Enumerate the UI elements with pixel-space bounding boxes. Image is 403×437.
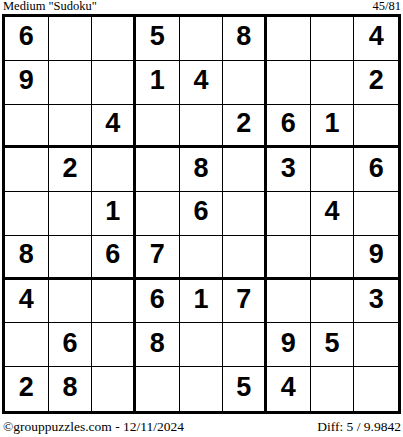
cell-r8c5[interactable] — [180, 323, 224, 367]
footer: ©grouppuzzles.com - 12/11/2024 Diff: 5 /… — [3, 419, 401, 435]
cell-digit: 8 — [62, 374, 77, 401]
cell-r8c9[interactable] — [354, 323, 398, 367]
cell-digit: 1 — [324, 110, 339, 137]
cell-r6c9: 9 — [354, 236, 398, 280]
cell-r9c6: 5 — [223, 367, 267, 411]
cell-r1c4: 5 — [136, 17, 180, 61]
sudoku-grid: 658491424261283616486794617368952854 — [2, 14, 401, 414]
cell-digit: 2 — [62, 155, 77, 182]
cell-r2c7[interactable] — [267, 61, 311, 105]
cell-r5c5: 6 — [180, 192, 224, 236]
cell-digit: 4 — [19, 286, 34, 313]
cell-digit: 5 — [236, 374, 251, 401]
cell-digit: 1 — [193, 286, 208, 313]
cells-remaining-counter: 45/81 — [373, 0, 401, 13]
cell-r2c8[interactable] — [311, 61, 355, 105]
cell-r3c3: 4 — [92, 105, 136, 149]
cell-digit: 8 — [150, 330, 165, 357]
cell-r8c3[interactable] — [92, 323, 136, 367]
cell-r5c8: 4 — [311, 192, 355, 236]
cell-r2c4: 1 — [136, 61, 180, 105]
cell-r3c6: 2 — [223, 105, 267, 149]
cell-r3c2[interactable] — [49, 105, 93, 149]
cell-digit: 8 — [236, 23, 251, 50]
cell-digit: 6 — [281, 110, 296, 137]
cell-r6c8[interactable] — [311, 236, 355, 280]
cell-digit: 8 — [193, 155, 208, 182]
cell-r6c6[interactable] — [223, 236, 267, 280]
cell-r5c9[interactable] — [354, 192, 398, 236]
cell-r2c9: 2 — [354, 61, 398, 105]
cell-r3c1[interactable] — [5, 105, 49, 149]
cell-r4c3[interactable] — [92, 148, 136, 192]
cell-r2c3[interactable] — [92, 61, 136, 105]
cell-r1c9: 4 — [354, 17, 398, 61]
cell-r1c1: 6 — [5, 17, 49, 61]
cell-r9c8[interactable] — [311, 367, 355, 411]
cell-r6c5[interactable] — [180, 236, 224, 280]
cell-r8c1[interactable] — [5, 323, 49, 367]
cell-r7c5: 1 — [180, 280, 224, 324]
cell-r7c4: 6 — [136, 280, 180, 324]
copyright-credit: ©grouppuzzles.com - 12/11/2024 — [3, 419, 184, 435]
cell-digit: 6 — [105, 241, 120, 268]
cell-r4c7: 3 — [267, 148, 311, 192]
cell-r9c5[interactable] — [180, 367, 224, 411]
cell-r4c4[interactable] — [136, 148, 180, 192]
cell-r5c2[interactable] — [49, 192, 93, 236]
cell-r3c9[interactable] — [354, 105, 398, 149]
cell-r7c2[interactable] — [49, 280, 93, 324]
cell-r9c1: 2 — [5, 367, 49, 411]
cell-digit: 9 — [19, 67, 34, 94]
cell-digit: 2 — [19, 374, 34, 401]
cell-r1c3[interactable] — [92, 17, 136, 61]
cell-r1c8[interactable] — [311, 17, 355, 61]
cell-r9c7: 4 — [267, 367, 311, 411]
cell-digit: 5 — [150, 23, 165, 50]
cell-r4c2: 2 — [49, 148, 93, 192]
cell-r3c4[interactable] — [136, 105, 180, 149]
cell-r7c6: 7 — [223, 280, 267, 324]
cell-r2c5: 4 — [180, 61, 224, 105]
cell-r7c1: 4 — [5, 280, 49, 324]
cell-digit: 3 — [281, 155, 296, 182]
cell-r9c9[interactable] — [354, 367, 398, 411]
cell-r6c2[interactable] — [49, 236, 93, 280]
cell-r9c2: 8 — [49, 367, 93, 411]
cell-r5c6[interactable] — [223, 192, 267, 236]
cell-digit: 6 — [62, 330, 77, 357]
cell-r2c6[interactable] — [223, 61, 267, 105]
cell-r8c2: 6 — [49, 323, 93, 367]
cell-r5c1[interactable] — [5, 192, 49, 236]
cell-r8c7: 9 — [267, 323, 311, 367]
cell-digit: 6 — [150, 286, 165, 313]
cell-r6c7[interactable] — [267, 236, 311, 280]
cell-r1c7[interactable] — [267, 17, 311, 61]
cell-r4c9: 6 — [354, 148, 398, 192]
cell-r2c2[interactable] — [49, 61, 93, 105]
cell-r7c9: 3 — [354, 280, 398, 324]
cell-r1c2[interactable] — [49, 17, 93, 61]
cell-r8c4: 8 — [136, 323, 180, 367]
cell-r4c5: 8 — [180, 148, 224, 192]
cell-digit: 9 — [281, 330, 296, 357]
cell-r6c4: 7 — [136, 236, 180, 280]
cell-digit: 5 — [324, 330, 339, 357]
puzzle-title: Medium "Sudoku" — [3, 0, 97, 13]
cell-r7c3[interactable] — [92, 280, 136, 324]
cell-r4c1[interactable] — [5, 148, 49, 192]
cell-r4c8[interactable] — [311, 148, 355, 192]
cell-r4c6[interactable] — [223, 148, 267, 192]
cell-digit: 6 — [19, 23, 34, 50]
cell-digit: 8 — [19, 241, 34, 268]
difficulty-rating: Diff: 5 / 9.9842 — [317, 419, 401, 435]
cell-digit: 2 — [236, 110, 251, 137]
cell-r6c3: 6 — [92, 236, 136, 280]
cell-digit: 7 — [236, 286, 251, 313]
cell-digit: 4 — [369, 23, 384, 50]
cell-r1c6: 8 — [223, 17, 267, 61]
cell-r9c4[interactable] — [136, 367, 180, 411]
cell-r6c1: 8 — [5, 236, 49, 280]
header: Medium "Sudoku" 45/81 — [3, 0, 401, 13]
cell-r5c3: 1 — [92, 192, 136, 236]
cell-digit: 4 — [105, 110, 120, 137]
cell-r3c8: 1 — [311, 105, 355, 149]
cell-digit: 2 — [369, 67, 384, 94]
cell-r7c7[interactable] — [267, 280, 311, 324]
cell-r5c4[interactable] — [136, 192, 180, 236]
cell-r8c8: 5 — [311, 323, 355, 367]
cell-r3c5[interactable] — [180, 105, 224, 149]
cell-digit: 6 — [369, 155, 384, 182]
cell-r7c8[interactable] — [311, 280, 355, 324]
cell-digit: 1 — [150, 67, 165, 94]
cell-digit: 3 — [369, 286, 384, 313]
cell-r9c3[interactable] — [92, 367, 136, 411]
cell-r8c6[interactable] — [223, 323, 267, 367]
cell-digit: 1 — [105, 198, 120, 225]
cell-r2c1: 9 — [5, 61, 49, 105]
cell-digit: 7 — [150, 241, 165, 268]
cell-r5c7[interactable] — [267, 192, 311, 236]
cell-digit: 6 — [193, 198, 208, 225]
cell-r1c5[interactable] — [180, 17, 224, 61]
cell-digit: 4 — [193, 67, 208, 94]
cell-digit: 9 — [369, 241, 384, 268]
cell-digit: 4 — [324, 198, 339, 225]
cell-r3c7: 6 — [267, 105, 311, 149]
cell-digit: 4 — [281, 374, 296, 401]
